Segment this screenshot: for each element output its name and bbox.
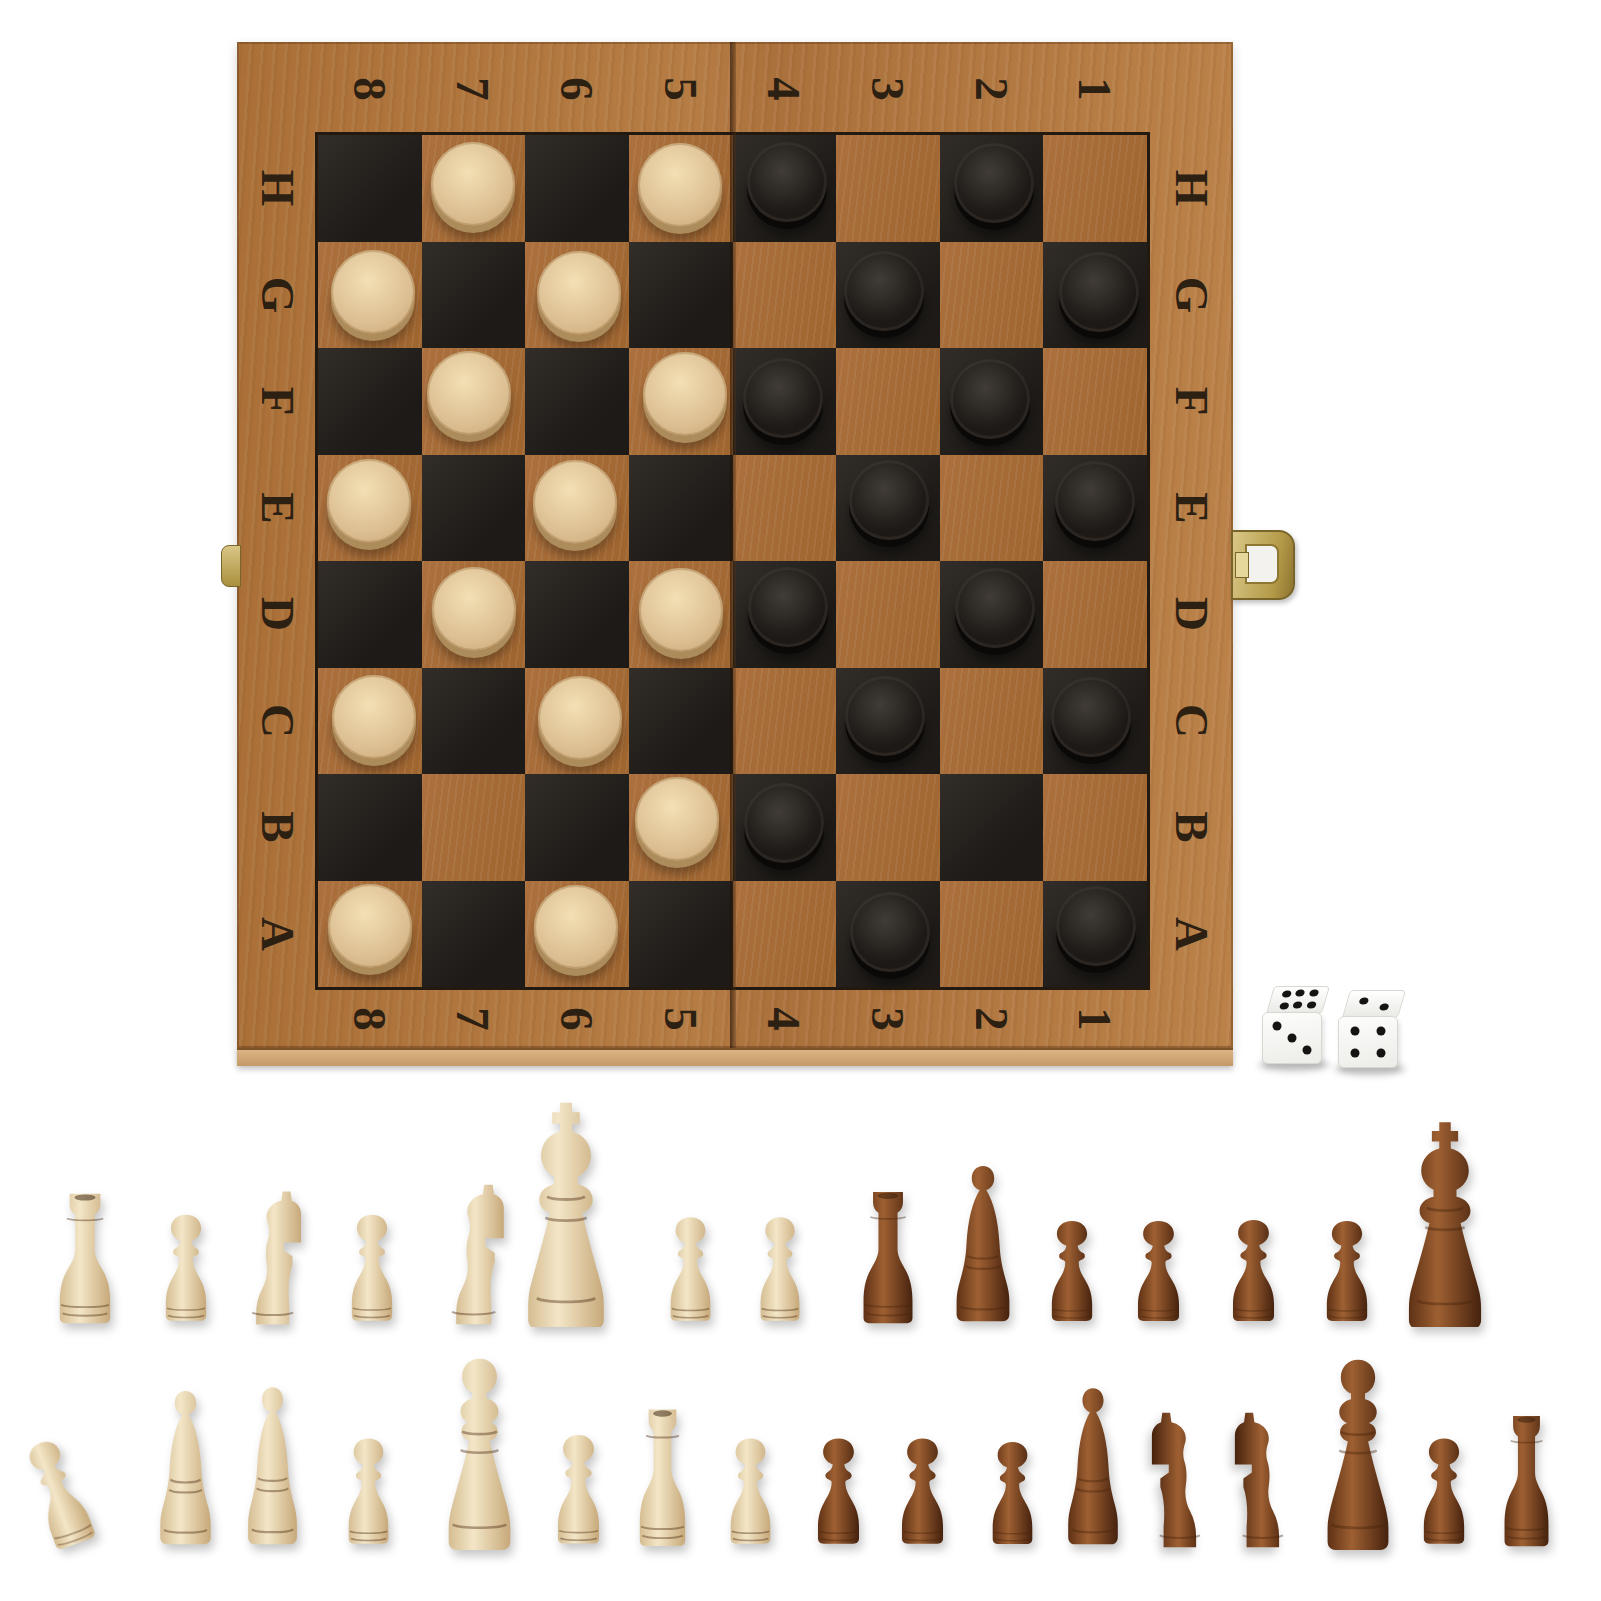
square-D7[interactable]: [422, 561, 526, 668]
light-checker-H7[interactable]: [431, 142, 515, 226]
square-D8[interactable]: [318, 561, 422, 668]
die-pip: [1288, 1034, 1297, 1043]
die-face-top-2: [1342, 990, 1406, 1018]
square-H7[interactable]: [422, 135, 526, 242]
square-E8[interactable]: [318, 455, 422, 562]
dark-pawn[interactable]: [985, 1429, 1040, 1550]
light-checker-D5[interactable]: [639, 568, 723, 652]
file-label-left-H: H: [249, 158, 307, 218]
brass-latch-right[interactable]: [1231, 530, 1295, 600]
square-E1[interactable]: [1043, 455, 1147, 562]
square-G1[interactable]: [1043, 242, 1147, 349]
light-checker-C6[interactable]: [538, 676, 622, 760]
light-checker-G8[interactable]: [331, 250, 415, 334]
light-checker-B5[interactable]: [635, 777, 719, 861]
die-pip: [1308, 989, 1319, 996]
die-pip: [1359, 997, 1370, 1004]
light-rook[interactable]: [50, 1179, 120, 1327]
rank-label-bottom-1: 1: [1066, 989, 1124, 1049]
rank-label-bottom-2: 2: [963, 989, 1021, 1049]
rank-label-top-1: 1: [1066, 59, 1124, 119]
dark-knight[interactable]: [1148, 1391, 1213, 1550]
square-F2[interactable]: [940, 348, 1044, 455]
dark-pawn[interactable]: [1319, 1208, 1375, 1327]
square-B5[interactable]: [629, 774, 733, 881]
die-pip: [1281, 990, 1292, 997]
square-F5[interactable]: [629, 348, 733, 455]
square-A7[interactable]: [422, 881, 526, 988]
latch-hole: [1245, 544, 1279, 584]
light-checker-C8[interactable]: [332, 675, 416, 759]
square-G7[interactable]: [422, 242, 526, 349]
square-A2[interactable]: [940, 881, 1044, 988]
file-label-left-F: F: [249, 371, 307, 431]
die-face-front-3: [1262, 1012, 1322, 1064]
rank-label-bottom-7: 7: [444, 989, 502, 1049]
die-pip: [1292, 1002, 1303, 1009]
light-king[interactable]: [523, 1097, 609, 1327]
die-pip: [1376, 1027, 1385, 1036]
file-label-right-E: E: [1163, 478, 1221, 538]
die-pip: [1306, 1001, 1317, 1008]
dark-checker-G3[interactable]: [844, 251, 924, 331]
square-G8[interactable]: [318, 242, 422, 349]
dark-rook[interactable]: [854, 1177, 922, 1327]
product-photo-stage: 8877665544332211HHGGFFEEDDCCBBAA: [0, 0, 1601, 1601]
dark-pawn[interactable]: [1130, 1208, 1187, 1327]
square-F6[interactable]: [525, 348, 629, 455]
dark-checker-G1[interactable]: [1059, 252, 1139, 332]
file-label-left-G: G: [249, 265, 307, 325]
square-F4[interactable]: [733, 348, 837, 455]
die-1-top6-front3[interactable]: [1262, 986, 1326, 1064]
board-hinge-fold: [730, 42, 736, 1048]
light-checker-E6[interactable]: [533, 460, 617, 544]
square-B2[interactable]: [940, 774, 1044, 881]
square-F8[interactable]: [318, 348, 422, 455]
light-checker-A8[interactable]: [328, 884, 412, 968]
square-B6[interactable]: [525, 774, 629, 881]
square-H8[interactable]: [318, 135, 422, 242]
die-pip: [1272, 1022, 1281, 1031]
dark-checker-D2[interactable]: [955, 568, 1035, 648]
square-E6[interactable]: [525, 455, 629, 562]
rank-label-bottom-3: 3: [859, 989, 917, 1049]
die-pip: [1378, 1004, 1389, 1011]
dark-checker-E3[interactable]: [849, 460, 929, 540]
square-H5[interactable]: [629, 135, 733, 242]
light-pawn[interactable]: [663, 1204, 718, 1327]
square-H4[interactable]: [733, 135, 837, 242]
dark-bishop[interactable]: [1062, 1375, 1124, 1550]
square-A8[interactable]: [318, 881, 422, 988]
file-label-left-B: B: [249, 797, 307, 857]
dark-checker-C1[interactable]: [1051, 677, 1131, 757]
dark-knight[interactable]: [1231, 1391, 1296, 1550]
square-C5[interactable]: [629, 668, 733, 775]
file-label-right-H: H: [1163, 158, 1221, 218]
rank-label-bottom-6: 6: [548, 989, 606, 1049]
dark-rook[interactable]: [1496, 1401, 1557, 1550]
die-face-top-6: [1266, 986, 1330, 1014]
file-label-right-G: G: [1163, 265, 1221, 325]
square-E5[interactable]: [629, 455, 733, 562]
die-pip: [1303, 1046, 1312, 1055]
light-checker-D7[interactable]: [432, 567, 516, 651]
light-queen[interactable]: [440, 1347, 519, 1550]
square-B1[interactable]: [1043, 774, 1147, 881]
rank-label-bottom-5: 5: [652, 989, 710, 1049]
light-checker-A6[interactable]: [534, 885, 618, 969]
square-E7[interactable]: [422, 455, 526, 562]
square-A3[interactable]: [836, 881, 940, 988]
file-label-left-C: C: [249, 691, 307, 751]
dark-pawn[interactable]: [894, 1425, 951, 1550]
dark-checker-D4[interactable]: [748, 567, 828, 647]
square-G3[interactable]: [836, 242, 940, 349]
file-label-left-D: D: [249, 584, 307, 644]
rank-label-bottom-4: 4: [755, 989, 813, 1049]
square-F1[interactable]: [1043, 348, 1147, 455]
square-H1[interactable]: [1043, 135, 1147, 242]
rank-label-top-2: 2: [963, 59, 1021, 119]
light-pawn[interactable]: [341, 1425, 396, 1550]
board-side-edge: [237, 1048, 1233, 1066]
rank-label-top-5: 5: [652, 59, 710, 119]
square-G4[interactable]: [733, 242, 837, 349]
die-2-top2-front4[interactable]: [1338, 990, 1402, 1068]
dark-checker-F4[interactable]: [743, 358, 823, 438]
square-C6[interactable]: [525, 668, 629, 775]
square-H3[interactable]: [836, 135, 940, 242]
square-H6[interactable]: [525, 135, 629, 242]
square-B4[interactable]: [733, 774, 837, 881]
rank-label-top-8: 8: [341, 59, 399, 119]
square-D4[interactable]: [733, 561, 837, 668]
light-pawn[interactable]: [753, 1204, 807, 1327]
die-pip: [1294, 990, 1305, 997]
square-C2[interactable]: [940, 668, 1044, 775]
die-pip: [1278, 1002, 1289, 1009]
die-face-front-4: [1338, 1016, 1398, 1068]
square-A1[interactable]: [1043, 881, 1147, 988]
latch-tab: [1235, 552, 1249, 578]
dark-king[interactable]: [1404, 1117, 1486, 1327]
square-D5[interactable]: [629, 561, 733, 668]
file-label-right-B: B: [1163, 797, 1221, 857]
light-pawn[interactable]: [344, 1201, 400, 1327]
dark-checker-C3[interactable]: [845, 676, 925, 756]
rank-label-top-6: 6: [548, 59, 606, 119]
square-F3[interactable]: [836, 348, 940, 455]
die-pip: [1376, 1049, 1385, 1058]
rank-label-top-3: 3: [859, 59, 917, 119]
square-C3[interactable]: [836, 668, 940, 775]
square-C1[interactable]: [1043, 668, 1147, 775]
square-C8[interactable]: [318, 668, 422, 775]
square-D1[interactable]: [1043, 561, 1147, 668]
square-E2[interactable]: [940, 455, 1044, 562]
square-C4[interactable]: [733, 668, 837, 775]
light-pawn[interactable]: [8, 1420, 105, 1559]
square-B3[interactable]: [836, 774, 940, 881]
light-pawn[interactable]: [550, 1421, 607, 1550]
dark-checker-E1[interactable]: [1055, 461, 1135, 541]
dark-queen[interactable]: [1319, 1348, 1397, 1550]
square-C7[interactable]: [422, 668, 526, 775]
rank-label-top-4: 4: [755, 59, 813, 119]
square-D3[interactable]: [836, 561, 940, 668]
file-label-right-D: D: [1163, 584, 1221, 644]
dark-bishop[interactable]: [950, 1153, 1016, 1327]
dark-checker-H4[interactable]: [747, 142, 827, 222]
square-G2[interactable]: [940, 242, 1044, 349]
file-label-left-E: E: [249, 478, 307, 538]
square-A5[interactable]: [629, 881, 733, 988]
square-A6[interactable]: [525, 881, 629, 988]
file-label-left-A: A: [249, 904, 307, 964]
light-checker-F7[interactable]: [427, 351, 511, 435]
dark-pawn[interactable]: [1044, 1208, 1100, 1327]
light-pawn[interactable]: [158, 1201, 214, 1327]
dark-checker-A3[interactable]: [850, 892, 930, 972]
game-board: 8877665544332211HHGGFFEEDDCCBBAA: [237, 42, 1233, 1048]
light-checker-E8[interactable]: [327, 459, 411, 543]
square-F7[interactable]: [422, 348, 526, 455]
file-label-right-F: F: [1163, 371, 1221, 431]
brass-latch-left[interactable]: [221, 545, 241, 587]
file-label-right-C: C: [1163, 691, 1221, 751]
square-B7[interactable]: [422, 774, 526, 881]
square-G5[interactable]: [629, 242, 733, 349]
square-A4[interactable]: [733, 881, 837, 988]
rank-label-bottom-8: 8: [341, 989, 399, 1049]
light-checker-H5[interactable]: [638, 143, 722, 227]
dark-pawn[interactable]: [1416, 1425, 1472, 1550]
light-bishop[interactable]: [242, 1374, 303, 1550]
square-D2[interactable]: [940, 561, 1044, 668]
dark-checker-B4[interactable]: [744, 783, 824, 863]
square-G6[interactable]: [525, 242, 629, 349]
die-pip: [1351, 1027, 1360, 1036]
square-D6[interactable]: [525, 561, 629, 668]
dark-pawn[interactable]: [810, 1425, 867, 1550]
dark-checker-H2[interactable]: [954, 143, 1034, 223]
light-bishop[interactable]: [154, 1378, 217, 1550]
dark-checker-A1[interactable]: [1056, 886, 1136, 966]
dark-checker-F2[interactable]: [950, 359, 1030, 439]
light-pawn[interactable]: [723, 1425, 778, 1550]
rank-label-top-7: 7: [444, 59, 502, 119]
dark-pawn[interactable]: [1225, 1207, 1282, 1327]
file-label-right-A: A: [1163, 904, 1221, 964]
die-pip: [1351, 1049, 1360, 1058]
light-checker-G6[interactable]: [537, 251, 621, 335]
light-rook[interactable]: [631, 1394, 694, 1550]
square-B8[interactable]: [318, 774, 422, 881]
square-E4[interactable]: [733, 455, 837, 562]
square-E3[interactable]: [836, 455, 940, 562]
square-H2[interactable]: [940, 135, 1044, 242]
light-knight[interactable]: [438, 1162, 508, 1327]
light-checker-F5[interactable]: [643, 352, 727, 436]
light-knight[interactable]: [239, 1170, 305, 1327]
